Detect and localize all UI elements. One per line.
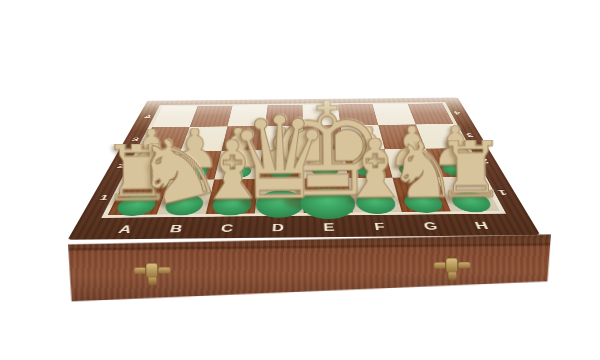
brass-clasp-right[interactable] bbox=[434, 255, 470, 281]
clasp-arm-icon bbox=[458, 262, 470, 268]
brass-clasp-left[interactable] bbox=[134, 260, 170, 286]
clasp-plate-icon bbox=[445, 257, 458, 273]
clasp-plate-icon bbox=[145, 262, 158, 278]
clasp-hasp-icon bbox=[148, 278, 156, 286]
clasp-hasp-icon bbox=[448, 272, 456, 280]
clasp-arm-icon bbox=[158, 267, 170, 273]
board-top: ABCDEFGH 11223344 ♟♟♟♟♟♟♟♟♜♞♝♛♚♝♞♜ bbox=[68, 97, 541, 239]
piece-queen-d1[interactable]: ♛ bbox=[227, 113, 331, 204]
board-perspective: ABCDEFGH 11223344 ♟♟♟♟♟♟♟♟♜♞♝♛♚♝♞♜ bbox=[0, 0, 600, 360]
chess-box-photo: ABCDEFGH 11223344 ♟♟♟♟♟♟♟♟♜♞♝♛♚♝♞♜ bbox=[0, 0, 600, 360]
